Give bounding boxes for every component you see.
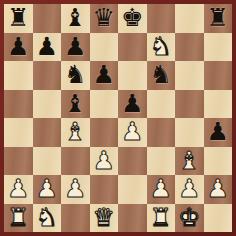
square-f4[interactable] (147, 118, 176, 147)
square-c8[interactable]: ♝ (61, 4, 90, 33)
square-h5[interactable] (204, 90, 233, 119)
white-pawn-e4[interactable]: ♟ (121, 118, 143, 147)
white-bishop-g3[interactable]: ♝ (178, 147, 200, 176)
white-knight-b1[interactable]: ♞ (36, 204, 58, 233)
square-a6[interactable] (4, 61, 33, 90)
white-pawn-d3[interactable]: ♟ (93, 147, 115, 176)
square-e3[interactable] (118, 147, 147, 176)
white-rook-f1[interactable]: ♜ (150, 204, 172, 233)
square-a7[interactable]: ♟ (4, 33, 33, 62)
square-c5[interactable]: ♝ (61, 90, 90, 119)
square-d4[interactable] (90, 118, 119, 147)
square-a3[interactable] (4, 147, 33, 176)
square-b6[interactable] (33, 61, 62, 90)
square-e8[interactable]: ♚ (118, 4, 147, 33)
white-knight-f7[interactable]: ♞ (150, 33, 172, 62)
square-e7[interactable] (118, 33, 147, 62)
square-g1[interactable]: ♚ (175, 204, 204, 233)
square-e6[interactable] (118, 61, 147, 90)
white-bishop-c4[interactable]: ♝ (64, 118, 86, 147)
black-rook-a8[interactable]: ♜ (7, 4, 29, 33)
square-f6[interactable]: ♞ (147, 61, 176, 90)
black-pawn-c7[interactable]: ♟ (64, 33, 86, 62)
white-pawn-f2[interactable]: ♟ (150, 175, 172, 204)
square-g5[interactable] (175, 90, 204, 119)
chess-board-frame: ♜♝♛♚♜♟♟♟♞♞♟♞♝♟♝♟♟♟♝♟♟♟♟♟♟♜♞♛♜♚ (0, 0, 236, 236)
square-d7[interactable] (90, 33, 119, 62)
square-h7[interactable] (204, 33, 233, 62)
black-pawn-h4[interactable]: ♟ (207, 118, 229, 147)
white-queen-d1[interactable]: ♛ (93, 204, 115, 233)
black-rook-h8[interactable]: ♜ (207, 4, 229, 33)
square-d2[interactable] (90, 175, 119, 204)
square-f8[interactable] (147, 4, 176, 33)
square-e1[interactable] (118, 204, 147, 233)
square-g6[interactable] (175, 61, 204, 90)
black-king-e8[interactable]: ♚ (121, 4, 143, 33)
white-pawn-h2[interactable]: ♟ (207, 175, 229, 204)
black-pawn-a7[interactable]: ♟ (7, 33, 29, 62)
square-f5[interactable] (147, 90, 176, 119)
square-b8[interactable] (33, 4, 62, 33)
square-b2[interactable]: ♟ (33, 175, 62, 204)
square-b5[interactable] (33, 90, 62, 119)
square-g4[interactable] (175, 118, 204, 147)
square-b4[interactable] (33, 118, 62, 147)
white-pawn-c2[interactable]: ♟ (64, 175, 86, 204)
black-queen-d8[interactable]: ♛ (93, 4, 115, 33)
square-h4[interactable]: ♟ (204, 118, 233, 147)
square-c1[interactable] (61, 204, 90, 233)
square-a4[interactable] (4, 118, 33, 147)
square-g2[interactable]: ♟ (175, 175, 204, 204)
square-h1[interactable] (204, 204, 233, 233)
square-e2[interactable] (118, 175, 147, 204)
square-c7[interactable]: ♟ (61, 33, 90, 62)
black-bishop-c5[interactable]: ♝ (64, 90, 86, 119)
square-h2[interactable]: ♟ (204, 175, 233, 204)
square-c2[interactable]: ♟ (61, 175, 90, 204)
square-c6[interactable]: ♞ (61, 61, 90, 90)
square-a1[interactable]: ♜ (4, 204, 33, 233)
black-knight-f6[interactable]: ♞ (150, 61, 172, 90)
square-d1[interactable]: ♛ (90, 204, 119, 233)
white-pawn-b2[interactable]: ♟ (36, 175, 58, 204)
black-pawn-e5[interactable]: ♟ (121, 90, 143, 119)
chess-board: ♜♝♛♚♜♟♟♟♞♞♟♞♝♟♝♟♟♟♝♟♟♟♟♟♟♜♞♛♜♚ (4, 4, 232, 232)
black-pawn-b7[interactable]: ♟ (36, 33, 58, 62)
square-f7[interactable]: ♞ (147, 33, 176, 62)
white-king-g1[interactable]: ♚ (178, 204, 200, 233)
square-h8[interactable]: ♜ (204, 4, 233, 33)
square-g3[interactable]: ♝ (175, 147, 204, 176)
square-f2[interactable]: ♟ (147, 175, 176, 204)
square-b3[interactable] (33, 147, 62, 176)
square-g7[interactable] (175, 33, 204, 62)
square-e4[interactable]: ♟ (118, 118, 147, 147)
square-e5[interactable]: ♟ (118, 90, 147, 119)
square-h3[interactable] (204, 147, 233, 176)
black-bishop-c8[interactable]: ♝ (64, 4, 86, 33)
square-b7[interactable]: ♟ (33, 33, 62, 62)
white-rook-a1[interactable]: ♜ (7, 204, 29, 233)
square-d5[interactable] (90, 90, 119, 119)
square-h6[interactable] (204, 61, 233, 90)
square-f1[interactable]: ♜ (147, 204, 176, 233)
square-d8[interactable]: ♛ (90, 4, 119, 33)
square-c4[interactable]: ♝ (61, 118, 90, 147)
square-b1[interactable]: ♞ (33, 204, 62, 233)
square-f3[interactable] (147, 147, 176, 176)
black-pawn-d6[interactable]: ♟ (93, 61, 115, 90)
square-a2[interactable]: ♟ (4, 175, 33, 204)
square-g8[interactable] (175, 4, 204, 33)
white-pawn-a2[interactable]: ♟ (7, 175, 29, 204)
square-c3[interactable] (61, 147, 90, 176)
square-d6[interactable]: ♟ (90, 61, 119, 90)
square-a8[interactable]: ♜ (4, 4, 33, 33)
square-d3[interactable]: ♟ (90, 147, 119, 176)
black-knight-c6[interactable]: ♞ (64, 61, 86, 90)
white-pawn-g2[interactable]: ♟ (178, 175, 200, 204)
square-a5[interactable] (4, 90, 33, 119)
